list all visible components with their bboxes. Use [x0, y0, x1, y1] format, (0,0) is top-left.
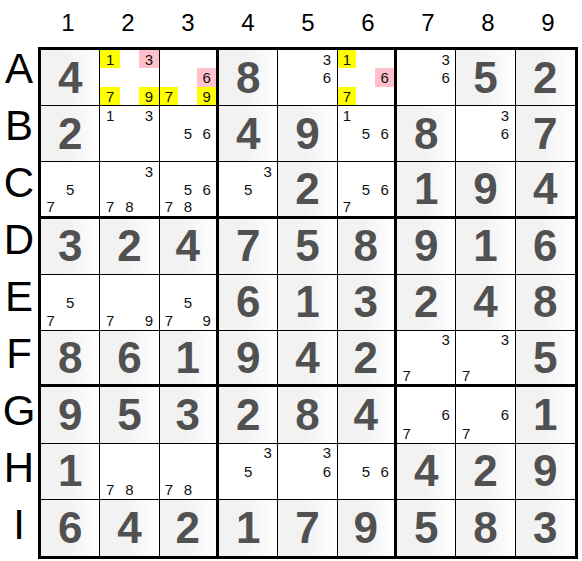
pencil-slot — [456, 143, 475, 161]
candidate-digit: 6 — [495, 125, 514, 143]
pencil-slot — [219, 180, 238, 198]
cell-A3[interactable]: 679 — [160, 50, 219, 106]
cell-value: 2 — [414, 280, 438, 324]
pencil-slot — [178, 106, 197, 124]
pencil-slot — [495, 143, 514, 161]
pencil-slot — [197, 462, 216, 480]
pencil-slot — [495, 367, 514, 385]
column-label-6: 6 — [338, 0, 398, 44]
cell-D5[interactable]: 5 — [278, 219, 337, 275]
cell-B4[interactable]: 4 — [219, 106, 278, 162]
cell-H5[interactable]: 36 — [278, 444, 337, 500]
candidate-digit: 8 — [120, 198, 139, 216]
pencil-slot — [80, 162, 99, 180]
column-label-9: 9 — [518, 0, 578, 44]
cell-H3[interactable]: 78 — [160, 444, 219, 500]
pencil-slot — [60, 312, 79, 330]
pencil-slot — [375, 106, 394, 124]
pencil-slot — [416, 87, 435, 105]
cell-G4[interactable]: 2 — [219, 387, 278, 443]
cell-value: 1 — [414, 167, 438, 211]
cell-B6[interactable]: 156 — [338, 106, 397, 162]
candidate-digit: 3 — [258, 162, 277, 180]
cell-value: 1 — [58, 449, 82, 493]
pencil-slot — [298, 87, 317, 105]
pencil-slot — [416, 68, 435, 86]
cell-value: 9 — [236, 336, 260, 380]
cell-C6[interactable]: 567 — [338, 162, 397, 218]
pencil-slot — [356, 106, 375, 124]
pencil-slot — [160, 462, 179, 480]
cell-H9[interactable]: 9 — [516, 444, 575, 500]
pencil-slot — [178, 275, 197, 293]
pencil-slot — [397, 68, 416, 86]
cell-E8[interactable]: 4 — [456, 275, 515, 331]
cell-E7[interactable]: 2 — [397, 275, 456, 331]
pencil-slot — [139, 180, 158, 198]
cell-A5[interactable]: 36 — [278, 50, 337, 106]
cell-I7[interactable]: 5 — [397, 500, 456, 556]
pencil-slot — [375, 50, 394, 68]
column-label-7: 7 — [398, 0, 458, 44]
pencil-slot — [178, 162, 197, 180]
pencil-slot — [80, 293, 99, 311]
sudoku-app: 123456789 ABCDEFGHI 41379679836167365221… — [0, 0, 582, 561]
cell-C2[interactable]: 378 — [100, 162, 159, 218]
cell-D8[interactable]: 1 — [456, 219, 515, 275]
candidate-digit: 9 — [197, 312, 216, 330]
pencil-slot — [436, 387, 455, 405]
pencil-slot — [120, 106, 139, 124]
pencil-slot — [41, 162, 60, 180]
cell-C4[interactable]: 35 — [219, 162, 278, 218]
pencil-marks: 167 — [338, 50, 394, 105]
pencil-slot — [338, 162, 357, 180]
pencil-slot — [160, 444, 179, 462]
cell-F9[interactable]: 5 — [516, 331, 575, 387]
cell-value: 2 — [533, 56, 557, 100]
pencil-slot — [416, 50, 435, 68]
pencil-slot — [298, 462, 317, 480]
candidate-digit: 9 — [197, 87, 216, 105]
pencil-slot — [139, 143, 158, 161]
pencil-slot — [436, 424, 455, 442]
cell-H6[interactable]: 56 — [338, 444, 397, 500]
cell-F3[interactable]: 1 — [160, 331, 219, 387]
cell-I6[interactable]: 9 — [338, 500, 397, 556]
candidate-digit: 6 — [495, 406, 514, 424]
cell-F4[interactable]: 9 — [219, 331, 278, 387]
cell-G8[interactable]: 67 — [456, 387, 515, 443]
pencil-slot — [356, 68, 375, 86]
cell-G6[interactable]: 4 — [338, 387, 397, 443]
cell-value: 5 — [117, 393, 141, 437]
cell-value: 6 — [533, 224, 557, 268]
cell-F6[interactable]: 2 — [338, 331, 397, 387]
cell-value: 2 — [58, 112, 82, 156]
pencil-slot — [100, 275, 119, 293]
pencil-slot — [397, 349, 416, 367]
pencil-marks: 378 — [100, 162, 158, 215]
candidate-digit: 5 — [356, 180, 375, 198]
pencil-slot — [160, 143, 179, 161]
pencil-slot — [298, 50, 317, 68]
pencil-slot — [375, 198, 394, 216]
pencil-slot — [80, 275, 99, 293]
pencil-marks: 67 — [456, 387, 514, 442]
pencil-slot — [397, 406, 416, 424]
cell-value: 3 — [533, 506, 557, 550]
cell-B7[interactable]: 8 — [397, 106, 456, 162]
pencil-slot — [60, 162, 79, 180]
cell-value: 9 — [58, 393, 82, 437]
pencil-slot — [197, 444, 216, 462]
cell-C7[interactable]: 1 — [397, 162, 456, 218]
pencil-slot — [100, 68, 119, 86]
cell-value: 9 — [295, 112, 319, 156]
pencil-marks: 57 — [41, 162, 99, 215]
cell-value: 2 — [176, 506, 200, 550]
pencil-slot — [139, 198, 158, 216]
cell-I9[interactable]: 3 — [516, 500, 575, 556]
row-label-E: E — [0, 269, 38, 326]
pencil-slot — [397, 87, 416, 105]
pencil-slot — [476, 406, 495, 424]
cell-value: 3 — [176, 393, 200, 437]
pencil-slot — [356, 444, 375, 462]
cell-G7[interactable]: 67 — [397, 387, 456, 443]
candidate-digit: 7 — [160, 87, 179, 105]
pencil-slot — [317, 87, 336, 105]
pencil-slot — [338, 180, 357, 198]
pencil-marks: 56 — [160, 106, 216, 161]
candidate-digit: 3 — [139, 50, 158, 68]
cell-value: 6 — [117, 336, 141, 380]
pencil-marks: 78 — [100, 444, 158, 499]
cell-I3[interactable]: 2 — [160, 500, 219, 556]
cell-value: 2 — [473, 449, 497, 493]
pencil-slot — [80, 312, 99, 330]
cell-E2[interactable]: 79 — [100, 275, 159, 331]
pencil-slot — [100, 462, 119, 480]
pencil-marks: 156 — [338, 106, 394, 161]
cell-E4[interactable]: 6 — [219, 275, 278, 331]
pencil-slot — [197, 143, 216, 161]
pencil-slot — [120, 68, 139, 86]
candidate-digit: 7 — [160, 480, 179, 498]
pencil-marks: 579 — [160, 275, 216, 330]
pencil-slot — [278, 462, 297, 480]
pencil-slot — [397, 50, 416, 68]
pencil-marks: 36 — [278, 50, 336, 105]
cell-D4[interactable]: 7 — [219, 219, 278, 275]
cell-B5[interactable]: 9 — [278, 106, 337, 162]
pencil-slot — [120, 50, 139, 68]
pencil-slot — [338, 462, 357, 480]
pencil-slot — [178, 50, 197, 68]
pencil-slot — [456, 331, 475, 349]
pencil-slot — [416, 424, 435, 442]
cell-I5[interactable]: 7 — [278, 500, 337, 556]
pencil-slot — [375, 480, 394, 498]
cell-value: 3 — [58, 224, 82, 268]
cell-value: 9 — [354, 506, 378, 550]
pencil-slot — [298, 444, 317, 462]
cell-H7[interactable]: 4 — [397, 444, 456, 500]
pencil-slot — [476, 331, 495, 349]
pencil-slot — [476, 349, 495, 367]
pencil-slot — [120, 87, 139, 105]
pencil-slot — [416, 367, 435, 385]
pencil-slot — [120, 162, 139, 180]
cell-value: 5 — [414, 506, 438, 550]
candidate-digit: 5 — [60, 293, 79, 311]
pencil-marks: 37 — [456, 331, 514, 384]
cell-A7[interactable]: 36 — [397, 50, 456, 106]
cell-G5[interactable]: 8 — [278, 387, 337, 443]
cell-I8[interactable]: 8 — [456, 500, 515, 556]
pencil-slot — [456, 349, 475, 367]
pencil-slot — [120, 180, 139, 198]
candidate-digit: 8 — [120, 480, 139, 498]
pencil-slot — [178, 444, 197, 462]
cell-C9[interactable]: 4 — [516, 162, 575, 218]
cell-value: 4 — [354, 393, 378, 437]
cell-value: 7 — [236, 224, 260, 268]
candidate-digit: 7 — [160, 198, 179, 216]
pencil-marks: 56 — [338, 444, 394, 499]
pencil-slot — [100, 125, 119, 143]
pencil-slot — [197, 480, 216, 498]
pencil-marks: 36 — [278, 444, 336, 499]
pencil-slot — [160, 125, 179, 143]
cell-value: 6 — [236, 280, 260, 324]
candidate-digit: 6 — [375, 125, 394, 143]
pencil-slot — [356, 480, 375, 498]
cell-I1[interactable]: 6 — [41, 500, 100, 556]
pencil-slot — [258, 198, 277, 216]
cell-C5[interactable]: 2 — [278, 162, 337, 218]
cell-D2[interactable]: 2 — [100, 219, 159, 275]
pencil-slot — [139, 293, 158, 311]
pencil-slot — [436, 87, 455, 105]
cell-H8[interactable]: 2 — [456, 444, 515, 500]
pencil-slot — [160, 106, 179, 124]
cell-value: 1 — [176, 336, 200, 380]
cell-value: 7 — [295, 506, 319, 550]
pencil-slot — [298, 480, 317, 498]
cell-F2[interactable]: 6 — [100, 331, 159, 387]
cell-E9[interactable]: 8 — [516, 275, 575, 331]
pencil-slot — [197, 275, 216, 293]
pencil-slot — [436, 367, 455, 385]
pencil-slot — [476, 125, 495, 143]
cell-value: 9 — [414, 224, 438, 268]
cell-A9[interactable]: 2 — [516, 50, 575, 106]
cell-E5[interactable]: 1 — [278, 275, 337, 331]
pencil-slot — [456, 406, 475, 424]
pencil-slot — [139, 68, 158, 86]
candidate-digit: 3 — [139, 106, 158, 124]
cell-F7[interactable]: 37 — [397, 331, 456, 387]
cell-G3[interactable]: 3 — [160, 387, 219, 443]
cell-B8[interactable]: 36 — [456, 106, 515, 162]
cell-F5[interactable]: 4 — [278, 331, 337, 387]
cell-A6[interactable]: 167 — [338, 50, 397, 106]
pencil-slot — [338, 68, 357, 86]
pencil-slot — [100, 143, 119, 161]
pencil-marks: 36 — [456, 106, 514, 161]
cell-C8[interactable]: 9 — [456, 162, 515, 218]
pencil-slot — [197, 106, 216, 124]
pencil-slot — [160, 293, 179, 311]
cell-value: 8 — [473, 506, 497, 550]
cell-D9[interactable]: 6 — [516, 219, 575, 275]
candidate-digit: 7 — [397, 424, 416, 442]
pencil-slot — [375, 143, 394, 161]
cell-E6[interactable]: 3 — [338, 275, 397, 331]
candidate-digit: 9 — [139, 87, 158, 105]
pencil-slot — [238, 480, 257, 498]
row-label-A: A — [0, 41, 38, 98]
pencil-slot — [278, 480, 297, 498]
pencil-slot — [476, 424, 495, 442]
cell-A4[interactable]: 8 — [219, 50, 278, 106]
cell-A1[interactable]: 4 — [41, 50, 100, 106]
pencil-marks: 35 — [219, 444, 277, 499]
cell-G1[interactable]: 9 — [41, 387, 100, 443]
pencil-slot — [476, 106, 495, 124]
cell-B3[interactable]: 56 — [160, 106, 219, 162]
candidate-digit: 1 — [100, 106, 119, 124]
cell-value: 4 — [236, 112, 260, 156]
candidate-digit: 5 — [356, 462, 375, 480]
cell-value: 4 — [533, 167, 557, 211]
cell-D6[interactable]: 8 — [338, 219, 397, 275]
pencil-slot — [338, 125, 357, 143]
pencil-slot — [397, 331, 416, 349]
pencil-slot — [120, 125, 139, 143]
cell-G9[interactable]: 1 — [516, 387, 575, 443]
candidate-digit: 1 — [338, 50, 357, 68]
candidate-digit: 3 — [317, 444, 336, 462]
candidate-digit: 6 — [375, 68, 394, 86]
cell-A2[interactable]: 1379 — [100, 50, 159, 106]
cell-I4[interactable]: 1 — [219, 500, 278, 556]
candidate-digit: 5 — [356, 125, 375, 143]
pencil-slot — [476, 367, 495, 385]
cell-value: 9 — [533, 449, 557, 493]
pencil-slot — [416, 331, 435, 349]
cell-value: 4 — [117, 506, 141, 550]
pencil-slot — [178, 68, 197, 86]
cell-D7[interactable]: 9 — [397, 219, 456, 275]
candidate-digit: 7 — [100, 312, 119, 330]
candidate-digit: 7 — [160, 312, 179, 330]
cell-B9[interactable]: 7 — [516, 106, 575, 162]
candidate-digit: 7 — [100, 480, 119, 498]
pencil-slot — [456, 125, 475, 143]
candidate-digit: 3 — [258, 444, 277, 462]
cell-value: 4 — [58, 56, 82, 100]
pencil-slot — [356, 87, 375, 105]
pencil-slot — [197, 293, 216, 311]
cell-value: 2 — [236, 393, 260, 437]
pencil-slot — [338, 480, 357, 498]
pencil-slot — [160, 180, 179, 198]
pencil-marks: 67 — [397, 387, 455, 442]
cell-B1[interactable]: 2 — [41, 106, 100, 162]
cell-E1[interactable]: 57 — [41, 275, 100, 331]
cell-value: 4 — [414, 449, 438, 493]
candidate-digit: 7 — [41, 312, 60, 330]
pencil-slot — [495, 424, 514, 442]
pencil-slot — [120, 143, 139, 161]
row-label-D: D — [0, 212, 38, 269]
pencil-slot — [258, 462, 277, 480]
column-label-8: 8 — [458, 0, 518, 44]
cell-C3[interactable]: 5678 — [160, 162, 219, 218]
cell-D3[interactable]: 4 — [160, 219, 219, 275]
pencil-slot — [416, 387, 435, 405]
cell-I2[interactable]: 4 — [100, 500, 159, 556]
cell-D1[interactable]: 3 — [41, 219, 100, 275]
pencil-slot — [356, 143, 375, 161]
cell-G2[interactable]: 5 — [100, 387, 159, 443]
row-label-C: C — [0, 155, 38, 212]
cell-H4[interactable]: 35 — [219, 444, 278, 500]
pencil-slot — [238, 162, 257, 180]
candidate-digit: 3 — [139, 162, 158, 180]
cell-value: 6 — [58, 506, 82, 550]
candidate-digit: 7 — [41, 198, 60, 216]
cell-F8[interactable]: 37 — [456, 331, 515, 387]
candidate-digit: 6 — [197, 68, 216, 86]
candidate-digit: 1 — [338, 106, 357, 124]
pencil-slot — [476, 143, 495, 161]
pencil-slot — [258, 180, 277, 198]
cell-F1[interactable]: 8 — [41, 331, 100, 387]
cell-value: 2 — [295, 167, 319, 211]
cell-B2[interactable]: 13 — [100, 106, 159, 162]
cell-H2[interactable]: 78 — [100, 444, 159, 500]
column-label-2: 2 — [98, 0, 158, 44]
cell-value: 5 — [533, 336, 557, 380]
pencil-slot — [120, 312, 139, 330]
cell-E3[interactable]: 579 — [160, 275, 219, 331]
row-label-B: B — [0, 98, 38, 155]
pencil-slot — [197, 50, 216, 68]
pencil-slot — [278, 68, 297, 86]
pencil-slot — [338, 444, 357, 462]
pencil-slot — [139, 275, 158, 293]
candidate-digit: 3 — [436, 50, 455, 68]
candidate-digit: 6 — [436, 406, 455, 424]
candidate-digit: 6 — [436, 68, 455, 86]
pencil-marks: 567 — [338, 162, 394, 215]
candidate-digit: 9 — [139, 312, 158, 330]
pencil-slot — [139, 444, 158, 462]
pencil-slot — [375, 162, 394, 180]
pencil-slot — [375, 444, 394, 462]
cell-value: 8 — [414, 112, 438, 156]
cell-A8[interactable]: 5 — [456, 50, 515, 106]
cell-value: 5 — [295, 224, 319, 268]
cell-H1[interactable]: 1 — [41, 444, 100, 500]
pencil-slot — [139, 462, 158, 480]
cell-value: 8 — [236, 56, 260, 100]
cell-C1[interactable]: 57 — [41, 162, 100, 218]
